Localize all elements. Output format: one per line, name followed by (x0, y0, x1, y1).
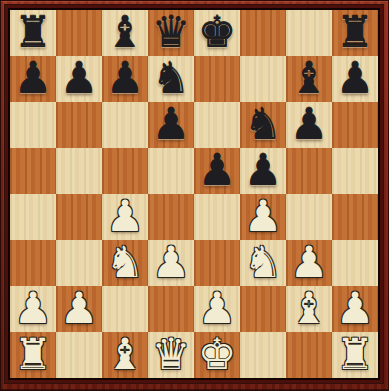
black-pawn-icon[interactable]: ♟ (106, 56, 145, 101)
white-pawn-icon[interactable]: ♟ (14, 286, 53, 331)
white-king-icon[interactable]: ♚ (198, 332, 237, 377)
white-pawn-icon[interactable]: ♟ (290, 240, 329, 285)
square-g5[interactable] (286, 148, 332, 194)
square-f1[interactable] (240, 332, 286, 378)
square-f5[interactable]: ♟ (240, 148, 286, 194)
square-c1[interactable]: ♝ (102, 332, 148, 378)
white-pawn-icon[interactable]: ♟ (60, 286, 99, 331)
square-f4[interactable]: ♟ (240, 194, 286, 240)
square-e5[interactable]: ♟ (194, 148, 240, 194)
square-d4[interactable] (148, 194, 194, 240)
square-b4[interactable] (56, 194, 102, 240)
white-pawn-icon[interactable]: ♟ (198, 286, 237, 331)
white-bishop-icon[interactable]: ♝ (106, 332, 145, 377)
black-bishop-icon[interactable]: ♝ (106, 10, 145, 55)
square-d2[interactable] (148, 286, 194, 332)
square-h5[interactable] (332, 148, 378, 194)
square-d1[interactable]: ♛ (148, 332, 194, 378)
black-rook-icon[interactable]: ♜ (14, 10, 53, 55)
square-b7[interactable]: ♟ (56, 56, 102, 102)
square-d6[interactable]: ♟ (148, 102, 194, 148)
square-g6[interactable]: ♟ (286, 102, 332, 148)
square-d7[interactable]: ♞ (148, 56, 194, 102)
square-d5[interactable] (148, 148, 194, 194)
square-f2[interactable] (240, 286, 286, 332)
square-h2[interactable]: ♟ (332, 286, 378, 332)
black-pawn-icon[interactable]: ♟ (14, 56, 53, 101)
square-a4[interactable] (10, 194, 56, 240)
square-e2[interactable]: ♟ (194, 286, 240, 332)
square-b5[interactable] (56, 148, 102, 194)
square-a8[interactable]: ♜ (10, 10, 56, 56)
black-pawn-icon[interactable]: ♟ (198, 148, 237, 193)
black-bishop-icon[interactable]: ♝ (290, 56, 329, 101)
square-d8[interactable]: ♛ (148, 10, 194, 56)
white-pawn-icon[interactable]: ♟ (106, 194, 145, 239)
square-c8[interactable]: ♝ (102, 10, 148, 56)
square-g4[interactable] (286, 194, 332, 240)
square-a5[interactable] (10, 148, 56, 194)
black-queen-icon[interactable]: ♛ (152, 10, 191, 55)
square-c7[interactable]: ♟ (102, 56, 148, 102)
square-b1[interactable] (56, 332, 102, 378)
square-b3[interactable] (56, 240, 102, 286)
black-knight-icon[interactable]: ♞ (244, 102, 283, 147)
black-pawn-icon[interactable]: ♟ (60, 56, 99, 101)
square-h3[interactable] (332, 240, 378, 286)
square-c5[interactable] (102, 148, 148, 194)
square-b8[interactable] (56, 10, 102, 56)
square-g3[interactable]: ♟ (286, 240, 332, 286)
square-g8[interactable] (286, 10, 332, 56)
board-frame: ♜♝♛♚♜♟♟♟♞♝♟♟♞♟♟♟♟♟♞♟♞♟♟♟♟♝♟♜♝♛♚♜ (0, 0, 389, 391)
square-f8[interactable] (240, 10, 286, 56)
black-rook-icon[interactable]: ♜ (336, 10, 375, 55)
square-f3[interactable]: ♞ (240, 240, 286, 286)
square-b6[interactable] (56, 102, 102, 148)
square-h8[interactable]: ♜ (332, 10, 378, 56)
square-d3[interactable]: ♟ (148, 240, 194, 286)
black-pawn-icon[interactable]: ♟ (290, 102, 329, 147)
black-pawn-icon[interactable]: ♟ (336, 56, 375, 101)
white-rook-icon[interactable]: ♜ (336, 332, 375, 377)
square-a6[interactable] (10, 102, 56, 148)
white-knight-icon[interactable]: ♞ (244, 240, 283, 285)
square-c3[interactable]: ♞ (102, 240, 148, 286)
black-pawn-icon[interactable]: ♟ (152, 102, 191, 147)
square-h6[interactable] (332, 102, 378, 148)
square-a1[interactable]: ♜ (10, 332, 56, 378)
square-f6[interactable]: ♞ (240, 102, 286, 148)
black-pawn-icon[interactable]: ♟ (244, 148, 283, 193)
square-c6[interactable] (102, 102, 148, 148)
square-a3[interactable] (10, 240, 56, 286)
white-rook-icon[interactable]: ♜ (14, 332, 53, 377)
square-e1[interactable]: ♚ (194, 332, 240, 378)
square-h7[interactable]: ♟ (332, 56, 378, 102)
black-knight-icon[interactable]: ♞ (152, 56, 191, 101)
black-king-icon[interactable]: ♚ (198, 10, 237, 55)
square-e6[interactable] (194, 102, 240, 148)
square-e3[interactable] (194, 240, 240, 286)
white-queen-icon[interactable]: ♛ (152, 332, 191, 377)
square-b2[interactable]: ♟ (56, 286, 102, 332)
white-knight-icon[interactable]: ♞ (106, 240, 145, 285)
square-a2[interactable]: ♟ (10, 286, 56, 332)
square-a7[interactable]: ♟ (10, 56, 56, 102)
square-c2[interactable] (102, 286, 148, 332)
square-e8[interactable]: ♚ (194, 10, 240, 56)
chess-board: ♜♝♛♚♜♟♟♟♞♝♟♟♞♟♟♟♟♟♞♟♞♟♟♟♟♝♟♜♝♛♚♜ (10, 10, 378, 378)
square-g7[interactable]: ♝ (286, 56, 332, 102)
square-c4[interactable]: ♟ (102, 194, 148, 240)
square-g1[interactable] (286, 332, 332, 378)
square-f7[interactable] (240, 56, 286, 102)
square-h1[interactable]: ♜ (332, 332, 378, 378)
white-bishop-icon[interactable]: ♝ (290, 286, 329, 331)
square-g2[interactable]: ♝ (286, 286, 332, 332)
white-pawn-icon[interactable]: ♟ (152, 240, 191, 285)
square-h4[interactable] (332, 194, 378, 240)
white-pawn-icon[interactable]: ♟ (336, 286, 375, 331)
square-e7[interactable] (194, 56, 240, 102)
white-pawn-icon[interactable]: ♟ (244, 194, 283, 239)
square-e4[interactable] (194, 194, 240, 240)
